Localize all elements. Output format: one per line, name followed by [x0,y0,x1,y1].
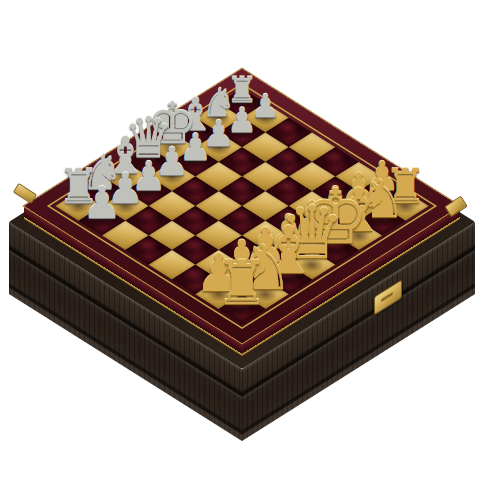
silver-pawn-glyph: ♟ [82,181,121,225]
square-a1: ♜ [219,294,266,323]
chess-set-photo: ♜♟♟♜♞♟♟♞♝♟♟♝♚♟♟♚♛♟♟♛♝♟♟♝♞♟♟♞♜♟♟♜ [0,0,500,500]
brass-latch-icon [374,279,402,316]
gold-rook-glyph: ♜ [215,252,270,313]
latch-slot [381,292,393,303]
